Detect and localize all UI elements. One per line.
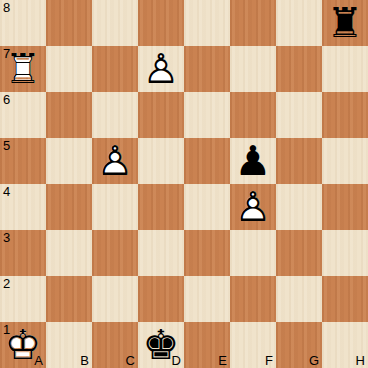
square-d4[interactable]	[138, 184, 184, 230]
rank-label-4: 4	[3, 185, 10, 198]
square-c7[interactable]	[92, 46, 138, 92]
square-b3[interactable]	[46, 230, 92, 276]
square-g7[interactable]	[276, 46, 322, 92]
square-b1[interactable]: B	[46, 322, 92, 368]
square-a5[interactable]: 5	[0, 138, 46, 184]
square-d8[interactable]	[138, 0, 184, 46]
square-e2[interactable]	[184, 276, 230, 322]
white-pawn[interactable]: ♟♙	[230, 184, 276, 230]
square-h2[interactable]	[322, 276, 368, 322]
white-pawn[interactable]: ♟♙	[92, 138, 138, 184]
square-a4[interactable]: 4	[0, 184, 46, 230]
square-f1[interactable]: F	[230, 322, 276, 368]
white-rook-outline: ♖	[0, 46, 46, 92]
white-king-outline: ♔	[0, 322, 46, 368]
square-e8[interactable]	[184, 0, 230, 46]
black-pawn-glyph: ♟	[230, 138, 276, 184]
rank-label-6: 6	[3, 93, 10, 106]
square-b2[interactable]	[46, 276, 92, 322]
square-h4[interactable]	[322, 184, 368, 230]
square-e7[interactable]	[184, 46, 230, 92]
square-g1[interactable]: G	[276, 322, 322, 368]
square-g4[interactable]	[276, 184, 322, 230]
file-label-g: G	[309, 354, 319, 367]
square-c3[interactable]	[92, 230, 138, 276]
black-king[interactable]: ♚	[138, 322, 184, 368]
square-f3[interactable]	[230, 230, 276, 276]
white-rook[interactable]: ♜♖	[0, 46, 46, 92]
white-pawn-outline: ♙	[138, 46, 184, 92]
square-f6[interactable]	[230, 92, 276, 138]
black-pawn[interactable]: ♟	[230, 138, 276, 184]
square-h1[interactable]: H	[322, 322, 368, 368]
square-f5[interactable]: ♟	[230, 138, 276, 184]
black-rook-glyph: ♜	[322, 0, 368, 46]
file-label-c: C	[126, 354, 135, 367]
square-e5[interactable]	[184, 138, 230, 184]
square-c6[interactable]	[92, 92, 138, 138]
file-label-f: F	[265, 354, 273, 367]
file-label-e: E	[218, 354, 227, 367]
square-g8[interactable]	[276, 0, 322, 46]
square-g5[interactable]	[276, 138, 322, 184]
square-c4[interactable]	[92, 184, 138, 230]
rank-label-2: 2	[3, 277, 10, 290]
square-d3[interactable]	[138, 230, 184, 276]
square-a8[interactable]: 8	[0, 0, 46, 46]
square-d7[interactable]: ♟♙	[138, 46, 184, 92]
square-d5[interactable]	[138, 138, 184, 184]
square-g6[interactable]	[276, 92, 322, 138]
square-e1[interactable]: E	[184, 322, 230, 368]
square-f2[interactable]	[230, 276, 276, 322]
rank-label-8: 8	[3, 1, 10, 14]
square-a7[interactable]: 7♜♖	[0, 46, 46, 92]
square-b7[interactable]	[46, 46, 92, 92]
black-king-glyph: ♚	[138, 322, 184, 368]
square-a3[interactable]: 3	[0, 230, 46, 276]
square-b5[interactable]	[46, 138, 92, 184]
white-king[interactable]: ♚♔	[0, 322, 46, 368]
square-b6[interactable]	[46, 92, 92, 138]
chess-board: 8♜7♜♖♟♙65♟♙♟4♟♙321A♚♔BCD♚EFGH	[0, 0, 368, 368]
square-g2[interactable]	[276, 276, 322, 322]
square-c5[interactable]: ♟♙	[92, 138, 138, 184]
square-h8[interactable]: ♜	[322, 0, 368, 46]
square-e4[interactable]	[184, 184, 230, 230]
square-h5[interactable]	[322, 138, 368, 184]
square-c1[interactable]: C	[92, 322, 138, 368]
white-pawn[interactable]: ♟♙	[138, 46, 184, 92]
square-a6[interactable]: 6	[0, 92, 46, 138]
square-h6[interactable]	[322, 92, 368, 138]
square-e6[interactable]	[184, 92, 230, 138]
square-d6[interactable]	[138, 92, 184, 138]
square-d1[interactable]: D♚	[138, 322, 184, 368]
square-c8[interactable]	[92, 0, 138, 46]
file-label-h: H	[356, 354, 365, 367]
square-f7[interactable]	[230, 46, 276, 92]
square-a2[interactable]: 2	[0, 276, 46, 322]
white-pawn-outline: ♙	[230, 184, 276, 230]
square-c2[interactable]	[92, 276, 138, 322]
square-a1[interactable]: 1A♚♔	[0, 322, 46, 368]
file-label-b: B	[80, 354, 89, 367]
square-e3[interactable]	[184, 230, 230, 276]
square-f8[interactable]	[230, 0, 276, 46]
square-g3[interactable]	[276, 230, 322, 276]
rank-label-3: 3	[3, 231, 10, 244]
square-b8[interactable]	[46, 0, 92, 46]
square-d2[interactable]	[138, 276, 184, 322]
square-f4[interactable]: ♟♙	[230, 184, 276, 230]
square-b4[interactable]	[46, 184, 92, 230]
black-rook[interactable]: ♜	[322, 0, 368, 46]
square-h7[interactable]	[322, 46, 368, 92]
square-h3[interactable]	[322, 230, 368, 276]
rank-label-5: 5	[3, 139, 10, 152]
white-pawn-outline: ♙	[92, 138, 138, 184]
